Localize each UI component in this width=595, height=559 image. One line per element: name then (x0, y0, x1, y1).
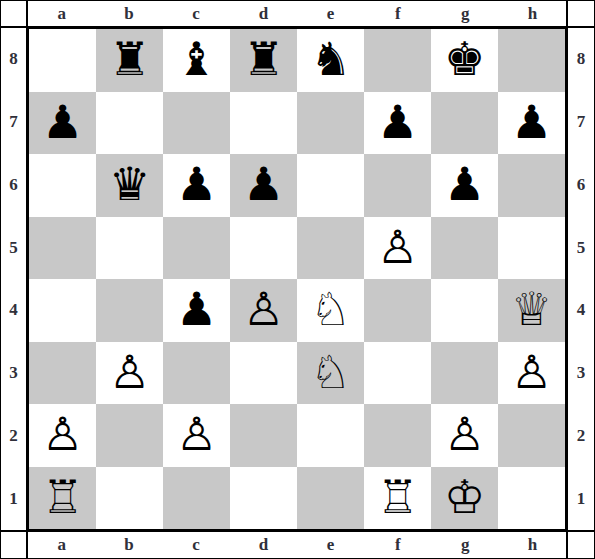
white-pawn-a2[interactable]: ♙ (42, 411, 83, 457)
square-h7[interactable]: ♟ (498, 92, 565, 155)
black-king-g8[interactable]: ♚ (444, 36, 485, 82)
file-labels-top: abcdefgh (27, 0, 567, 27)
square-e6[interactable] (297, 154, 364, 217)
white-rook-f1[interactable]: ♖ (377, 474, 418, 520)
square-d5[interactable] (230, 217, 297, 280)
rank-label-1: 1 (568, 467, 594, 530)
black-knight-e8[interactable]: ♞ (310, 36, 351, 82)
white-knight-e4[interactable]: ♘ (310, 286, 351, 332)
square-b5[interactable] (96, 217, 163, 280)
chess-diagram: abcdefgh 87654321 ♜♝♜♞♚♟♟♟♛♟♟♟♙♟♙♘♕♙♘♙♙♙… (0, 0, 595, 559)
black-pawn-f7[interactable]: ♟ (377, 99, 418, 145)
rank-label-4: 4 (1, 279, 26, 342)
file-label-h: h (499, 532, 566, 558)
rank-label-7: 7 (568, 91, 594, 154)
white-queen-h4[interactable]: ♕ (511, 286, 552, 332)
square-h3[interactable]: ♙ (498, 342, 565, 405)
square-f1[interactable]: ♖ (364, 467, 431, 530)
file-labels-bottom: abcdefgh (27, 531, 567, 559)
file-label-g: g (432, 1, 499, 26)
square-d4[interactable]: ♙ (230, 279, 297, 342)
black-pawn-a7[interactable]: ♟ (42, 99, 83, 145)
square-d1[interactable] (230, 467, 297, 530)
square-c4[interactable]: ♟ (163, 279, 230, 342)
square-a8[interactable] (29, 29, 96, 92)
square-f6[interactable] (364, 154, 431, 217)
square-h5[interactable] (498, 217, 565, 280)
white-rook-a1[interactable]: ♖ (42, 474, 83, 520)
square-f8[interactable] (364, 29, 431, 92)
corner-bottom-left (0, 531, 27, 559)
square-e8[interactable]: ♞ (297, 29, 364, 92)
square-b6[interactable]: ♛ (96, 154, 163, 217)
file-label-f: f (364, 532, 431, 558)
square-c1[interactable] (163, 467, 230, 530)
black-pawn-d6[interactable]: ♟ (243, 161, 284, 207)
square-b2[interactable] (96, 404, 163, 467)
square-h8[interactable] (498, 29, 565, 92)
rank-label-4: 4 (568, 279, 594, 342)
black-pawn-h7[interactable]: ♟ (511, 99, 552, 145)
file-label-h: h (499, 1, 566, 26)
corner-bottom-right (567, 531, 595, 559)
square-a5[interactable] (29, 217, 96, 280)
board: ♜♝♜♞♚♟♟♟♛♟♟♟♙♟♙♘♕♙♘♙♙♙♙♖♖♔ (27, 27, 567, 531)
white-pawn-h3[interactable]: ♙ (511, 349, 552, 395)
rank-label-6: 6 (1, 154, 26, 217)
rank-label-3: 3 (1, 342, 26, 405)
square-d2[interactable] (230, 404, 297, 467)
square-e3[interactable]: ♘ (297, 342, 364, 405)
rank-label-1: 1 (1, 467, 26, 530)
square-f7[interactable]: ♟ (364, 92, 431, 155)
rank-label-3: 3 (568, 342, 594, 405)
square-a2[interactable]: ♙ (29, 404, 96, 467)
black-pawn-g6[interactable]: ♟ (444, 161, 485, 207)
square-a4[interactable] (29, 279, 96, 342)
black-pawn-c4[interactable]: ♟ (176, 286, 217, 332)
file-label-d: d (230, 1, 297, 26)
square-h2[interactable] (498, 404, 565, 467)
corner-top-left (0, 0, 27, 27)
white-knight-e3[interactable]: ♘ (310, 349, 351, 395)
square-b8[interactable]: ♜ (96, 29, 163, 92)
square-b1[interactable] (96, 467, 163, 530)
rank-label-2: 2 (1, 405, 26, 468)
black-rook-d8[interactable]: ♜ (243, 36, 284, 82)
square-g4[interactable] (431, 279, 498, 342)
square-g8[interactable]: ♚ (431, 29, 498, 92)
square-g5[interactable] (431, 217, 498, 280)
square-e4[interactable]: ♘ (297, 279, 364, 342)
file-label-c: c (163, 532, 230, 558)
square-c5[interactable] (163, 217, 230, 280)
black-queen-b6[interactable]: ♛ (109, 161, 150, 207)
black-bishop-c8[interactable]: ♝ (176, 36, 217, 82)
file-label-a: a (28, 532, 95, 558)
square-f4[interactable] (364, 279, 431, 342)
square-a7[interactable]: ♟ (29, 92, 96, 155)
square-c7[interactable] (163, 92, 230, 155)
rank-labels-left: 87654321 (0, 27, 27, 531)
square-a3[interactable] (29, 342, 96, 405)
square-f2[interactable] (364, 404, 431, 467)
square-b7[interactable] (96, 92, 163, 155)
rank-label-6: 6 (568, 154, 594, 217)
white-king-g1[interactable]: ♔ (444, 474, 485, 520)
square-d8[interactable]: ♜ (230, 29, 297, 92)
square-c2[interactable]: ♙ (163, 404, 230, 467)
white-pawn-b3[interactable]: ♙ (109, 349, 150, 395)
square-g6[interactable]: ♟ (431, 154, 498, 217)
black-rook-b8[interactable]: ♜ (109, 36, 150, 82)
square-f5[interactable]: ♙ (364, 217, 431, 280)
white-pawn-d4[interactable]: ♙ (243, 286, 284, 332)
rank-label-2: 2 (568, 405, 594, 468)
file-label-e: e (297, 532, 364, 558)
file-label-f: f (364, 1, 431, 26)
rank-labels-right: 87654321 (567, 27, 595, 531)
file-label-e: e (297, 1, 364, 26)
file-label-d: d (230, 532, 297, 558)
white-pawn-g2[interactable]: ♙ (444, 411, 485, 457)
square-e7[interactable] (297, 92, 364, 155)
square-e5[interactable] (297, 217, 364, 280)
square-g1[interactable]: ♔ (431, 467, 498, 530)
white-pawn-c2[interactable]: ♙ (176, 411, 217, 457)
file-label-b: b (95, 1, 162, 26)
white-pawn-f5[interactable]: ♙ (377, 224, 418, 270)
corner-top-right (567, 0, 595, 27)
rank-label-5: 5 (1, 216, 26, 279)
square-e2[interactable] (297, 404, 364, 467)
file-label-b: b (95, 532, 162, 558)
square-a1[interactable]: ♖ (29, 467, 96, 530)
square-f3[interactable] (364, 342, 431, 405)
square-c6[interactable]: ♟ (163, 154, 230, 217)
square-d7[interactable] (230, 92, 297, 155)
square-a6[interactable] (29, 154, 96, 217)
square-g2[interactable]: ♙ (431, 404, 498, 467)
square-c3[interactable] (163, 342, 230, 405)
rank-label-7: 7 (1, 91, 26, 154)
file-label-a: a (28, 1, 95, 26)
square-b4[interactable] (96, 279, 163, 342)
square-h1[interactable] (498, 467, 565, 530)
square-g3[interactable] (431, 342, 498, 405)
square-d3[interactable] (230, 342, 297, 405)
square-g7[interactable] (431, 92, 498, 155)
square-h4[interactable]: ♕ (498, 279, 565, 342)
black-pawn-c6[interactable]: ♟ (176, 161, 217, 207)
rank-label-5: 5 (568, 216, 594, 279)
rank-label-8: 8 (1, 28, 26, 91)
square-c8[interactable]: ♝ (163, 29, 230, 92)
square-e1[interactable] (297, 467, 364, 530)
square-h6[interactable] (498, 154, 565, 217)
square-b3[interactable]: ♙ (96, 342, 163, 405)
file-label-c: c (163, 1, 230, 26)
rank-label-8: 8 (568, 28, 594, 91)
file-label-g: g (432, 532, 499, 558)
square-d6[interactable]: ♟ (230, 154, 297, 217)
